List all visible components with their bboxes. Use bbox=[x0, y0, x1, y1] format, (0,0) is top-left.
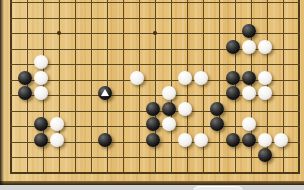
black-stone-K4 bbox=[146, 117, 160, 131]
black-stone-P9 bbox=[226, 40, 240, 54]
black-stone-L5 bbox=[162, 102, 176, 116]
last-move-marker bbox=[101, 89, 109, 96]
grid-line bbox=[75, 0, 76, 174]
grid-line bbox=[10, 64, 300, 65]
grid-line bbox=[91, 0, 92, 174]
black-stone-B7 bbox=[18, 71, 32, 85]
black-stone-Q7 bbox=[242, 71, 256, 85]
white-stone-C6 bbox=[34, 86, 48, 100]
black-stone-C3 bbox=[34, 133, 48, 147]
grid-line bbox=[139, 0, 140, 174]
grid-line bbox=[59, 0, 60, 174]
black-stone-O4 bbox=[210, 117, 224, 131]
grid-line bbox=[283, 0, 284, 174]
grid-line bbox=[155, 0, 156, 174]
go-board[interactable] bbox=[0, 0, 304, 182]
white-stone-M7 bbox=[178, 71, 192, 85]
white-stone-Q9 bbox=[242, 40, 256, 54]
black-stone-R2 bbox=[258, 148, 272, 162]
grid-line bbox=[10, 0, 12, 174]
white-stone-D3 bbox=[50, 133, 64, 147]
grid-line bbox=[298, 0, 300, 174]
grid-line bbox=[10, 49, 300, 50]
grid-line bbox=[123, 0, 124, 174]
black-stone-K3 bbox=[146, 133, 160, 147]
table-background bbox=[0, 185, 304, 190]
black-stone-B6 bbox=[18, 86, 32, 100]
black-stone-C4 bbox=[34, 117, 48, 131]
grid-line bbox=[203, 0, 204, 174]
black-stone-P6 bbox=[226, 86, 240, 100]
white-stone-R9 bbox=[258, 40, 272, 54]
go-game-screenshot bbox=[0, 0, 304, 190]
white-stone-L4 bbox=[162, 117, 176, 131]
white-stone-R7 bbox=[258, 71, 272, 85]
white-stone-N3 bbox=[194, 133, 208, 147]
white-stone-M5 bbox=[178, 102, 192, 116]
black-stone-O5 bbox=[210, 102, 224, 116]
board-left-edge-shadow bbox=[0, 0, 4, 185]
black-stone-G3 bbox=[98, 133, 112, 147]
grid-line bbox=[10, 157, 300, 158]
white-stone-J7 bbox=[130, 71, 144, 85]
white-stone-L6 bbox=[162, 86, 176, 100]
grid-line bbox=[10, 95, 300, 96]
black-stone-Q10 bbox=[242, 24, 256, 38]
grid-line bbox=[10, 2, 300, 3]
white-stone-C7 bbox=[34, 71, 48, 85]
white-stone-M3 bbox=[178, 133, 192, 147]
stone-bowl-rim bbox=[193, 186, 243, 190]
white-stone-D4 bbox=[50, 117, 64, 131]
black-stone-K5 bbox=[146, 102, 160, 116]
white-stone-Q4 bbox=[242, 117, 256, 131]
star-point-D10 bbox=[57, 31, 61, 35]
grid-line bbox=[10, 18, 300, 19]
white-stone-R3 bbox=[258, 133, 272, 147]
white-stone-Q6 bbox=[242, 86, 256, 100]
grid-line bbox=[187, 0, 188, 174]
white-stone-S3 bbox=[274, 133, 288, 147]
black-stone-Q3 bbox=[242, 133, 256, 147]
grid-line bbox=[219, 0, 220, 174]
star-point-K10 bbox=[153, 31, 157, 35]
grid-line bbox=[10, 172, 300, 174]
white-stone-C8 bbox=[34, 55, 48, 69]
white-stone-R6 bbox=[258, 86, 272, 100]
black-stone-P3 bbox=[226, 133, 240, 147]
white-stone-N7 bbox=[194, 71, 208, 85]
black-stone-P7 bbox=[226, 71, 240, 85]
grid-line bbox=[10, 80, 300, 81]
